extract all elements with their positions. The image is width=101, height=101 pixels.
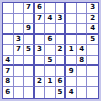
cell-r3c7[interactable]: [66, 24, 77, 35]
sudoku-screen: 763743294365753214458798216654: [0, 0, 101, 101]
cell-r5c4[interactable]: 3: [35, 45, 46, 56]
cell-r1c2[interactable]: [14, 3, 25, 14]
cell-r2c9[interactable]: 2: [87, 14, 98, 25]
cell-r9c7[interactable]: 4: [66, 87, 77, 98]
given-digit: 3: [37, 46, 42, 53]
given-digit: 7: [16, 46, 21, 53]
cell-r3c5[interactable]: [45, 24, 56, 35]
cell-r9c2[interactable]: [14, 87, 25, 98]
cell-r5c8[interactable]: 4: [77, 45, 88, 56]
cell-r6c8[interactable]: 8: [77, 56, 88, 67]
cell-r6c5[interactable]: 5: [45, 56, 56, 67]
cell-r7c2[interactable]: [14, 66, 25, 77]
cell-r7c9[interactable]: [87, 66, 98, 77]
cell-r3c3[interactable]: 9: [24, 24, 35, 35]
cell-r5c2[interactable]: 7: [14, 45, 25, 56]
cell-r8c8[interactable]: [77, 77, 88, 88]
given-digit: 3: [16, 36, 21, 43]
cell-r2c7[interactable]: [66, 14, 77, 25]
cell-r9c8[interactable]: [77, 87, 88, 98]
cell-r5c3[interactable]: 5: [24, 45, 35, 56]
cell-r5c7[interactable]: 1: [66, 45, 77, 56]
cell-r8c1[interactable]: 8: [3, 77, 14, 88]
given-digit: 2: [37, 78, 42, 85]
given-digit: 6: [5, 89, 10, 96]
given-digit: 1: [48, 78, 53, 85]
cell-r7c1[interactable]: 7: [3, 66, 14, 77]
cell-r4c6[interactable]: [56, 35, 67, 46]
cell-r8c4[interactable]: 2: [35, 77, 46, 88]
cell-r6c6[interactable]: [56, 56, 67, 67]
cell-r1c7[interactable]: [66, 3, 77, 14]
given-digit: 5: [26, 46, 31, 53]
cell-r8c2[interactable]: [14, 77, 25, 88]
cell-r5c5[interactable]: [45, 45, 56, 56]
cell-r8c9[interactable]: [87, 77, 98, 88]
cell-r2c8[interactable]: [77, 14, 88, 25]
cell-r8c5[interactable]: 1: [45, 77, 56, 88]
cell-r4c4[interactable]: [35, 35, 46, 46]
cell-r2c4[interactable]: 7: [35, 14, 46, 25]
given-digit: 6: [37, 4, 42, 11]
given-digit: 9: [26, 25, 31, 32]
cell-r4c8[interactable]: [77, 35, 88, 46]
cell-r1c3[interactable]: 7: [24, 3, 35, 14]
cell-r9c6[interactable]: 5: [56, 87, 67, 98]
cell-r2c3[interactable]: [24, 14, 35, 25]
cell-r6c4[interactable]: [35, 56, 46, 67]
given-digit: 4: [90, 25, 95, 32]
cell-r2c1[interactable]: [3, 14, 14, 25]
cell-r3c1[interactable]: [3, 24, 14, 35]
cell-r2c6[interactable]: 3: [56, 14, 67, 25]
cell-r6c2[interactable]: [14, 56, 25, 67]
cell-r1c4[interactable]: 6: [35, 3, 46, 14]
cell-r1c8[interactable]: [77, 3, 88, 14]
cell-r1c9[interactable]: 3: [87, 3, 98, 14]
cell-r2c5[interactable]: 4: [45, 14, 56, 25]
given-digit: 1: [69, 46, 74, 53]
cell-r9c5[interactable]: [45, 87, 56, 98]
given-digit: 5: [48, 57, 53, 64]
given-digit: 2: [58, 46, 63, 53]
cell-r7c7[interactable]: 9: [66, 66, 77, 77]
cell-r9c3[interactable]: [24, 87, 35, 98]
cell-r7c6[interactable]: [56, 66, 67, 77]
cell-r8c6[interactable]: 6: [56, 77, 67, 88]
cell-r4c1[interactable]: [3, 35, 14, 46]
given-digit: 6: [48, 36, 53, 43]
cell-r4c7[interactable]: [66, 35, 77, 46]
cell-r3c9[interactable]: 4: [87, 24, 98, 35]
cell-r6c7[interactable]: [66, 56, 77, 67]
cell-r4c2[interactable]: 3: [14, 35, 25, 46]
given-digit: 8: [79, 57, 84, 64]
cell-r4c9[interactable]: 5: [87, 35, 98, 46]
given-digit: 7: [5, 68, 10, 75]
cell-r3c8[interactable]: [77, 24, 88, 35]
cell-r6c3[interactable]: [24, 56, 35, 67]
given-digit: 4: [48, 15, 53, 22]
given-digit: 5: [58, 89, 63, 96]
given-digit: 8: [5, 78, 10, 85]
given-digit: 7: [26, 4, 31, 11]
cell-r2c2[interactable]: [14, 14, 25, 25]
cell-r9c9[interactable]: [87, 87, 98, 98]
cell-r1c1[interactable]: [3, 3, 14, 14]
cell-r6c9[interactable]: [87, 56, 98, 67]
given-digit: 9: [69, 68, 74, 75]
given-digit: 2: [90, 15, 95, 22]
cell-r8c7[interactable]: [66, 77, 77, 88]
cell-r1c5[interactable]: [45, 3, 56, 14]
given-digit: 3: [58, 15, 63, 22]
cell-r5c9[interactable]: [87, 45, 98, 56]
cell-r9c4[interactable]: [35, 87, 46, 98]
given-digit: 4: [79, 46, 84, 53]
sudoku-board: 763743294365753214458798216654: [2, 2, 99, 99]
cell-r7c8[interactable]: [77, 66, 88, 77]
given-digit: 4: [5, 57, 10, 64]
given-digit: 3: [90, 4, 95, 11]
cell-r7c5[interactable]: [45, 66, 56, 77]
cell-r4c5[interactable]: 6: [45, 35, 56, 46]
cell-r1c6[interactable]: [56, 3, 67, 14]
cell-r7c4[interactable]: [35, 66, 46, 77]
cell-r4c3[interactable]: [24, 35, 35, 46]
cell-r3c2[interactable]: [14, 24, 25, 35]
cell-r6c1[interactable]: 4: [3, 56, 14, 67]
given-digit: 5: [90, 36, 95, 43]
cell-r7c3[interactable]: [24, 66, 35, 77]
cell-r8c3[interactable]: [24, 77, 35, 88]
cell-r3c6[interactable]: [56, 24, 67, 35]
cell-r5c1[interactable]: [3, 45, 14, 56]
cell-r9c1[interactable]: 6: [3, 87, 14, 98]
cell-r5c6[interactable]: 2: [56, 45, 67, 56]
given-digit: 7: [37, 15, 42, 22]
cell-r3c4[interactable]: [35, 24, 46, 35]
given-digit: 4: [69, 89, 74, 96]
given-digit: 6: [58, 78, 63, 85]
